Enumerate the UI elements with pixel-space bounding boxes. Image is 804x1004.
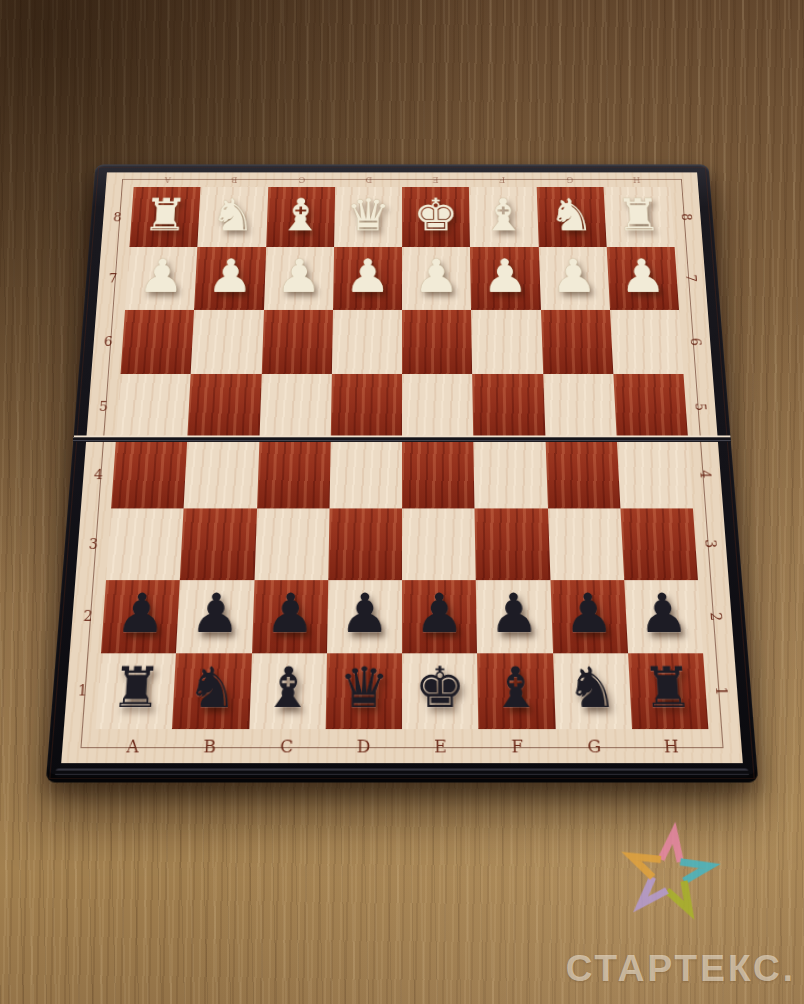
- piece-white-king-e8[interactable]: ♚: [413, 193, 459, 237]
- rank-label-left-7: 7: [96, 247, 129, 309]
- rank-label-right-8: 8: [651, 205, 721, 230]
- file-label-far-c: C: [268, 172, 335, 187]
- piece-white-rook-a8[interactable]: ♜: [141, 193, 189, 237]
- square-c5: [259, 374, 332, 440]
- square-e7: ♟: [402, 247, 471, 309]
- file-label-far-b: B: [201, 172, 269, 187]
- rank-label-left-1: 1: [64, 653, 101, 729]
- square-e1: ♚: [402, 653, 479, 729]
- square-g7: ♟: [538, 247, 609, 309]
- piece-white-knight-b8[interactable]: ♞: [209, 193, 256, 237]
- file-label-far-f: F: [469, 172, 536, 187]
- square-a2: ♟: [101, 580, 180, 653]
- file-label-near-a: A: [93, 729, 172, 763]
- piece-white-bishop-c8[interactable]: ♝: [277, 193, 323, 237]
- file-label-far-g: G: [536, 172, 604, 187]
- watermark-star-icon: [610, 814, 728, 934]
- piece-black-pawn-d2[interactable]: ♟: [339, 587, 389, 641]
- watermark-text: СТАРТЕКС.: [566, 948, 796, 990]
- rank-label-left-4: 4: [81, 440, 116, 509]
- square-c6: [261, 309, 332, 373]
- piece-black-bishop-c1[interactable]: ♝: [262, 661, 314, 717]
- piece-black-pawn-f2[interactable]: ♟: [488, 587, 539, 641]
- square-g6: [540, 309, 613, 373]
- file-label-far-h: H: [603, 172, 671, 187]
- square-e5: [402, 374, 474, 440]
- file-label-near-e: E: [402, 729, 479, 763]
- square-d3: [328, 509, 402, 580]
- square-b3: [180, 509, 256, 580]
- square-g1: ♞: [553, 653, 632, 729]
- piece-black-queen-d1[interactable]: ♛: [338, 661, 389, 717]
- piece-white-pawn-d7[interactable]: ♟: [344, 254, 390, 300]
- file-label-near-b: B: [170, 729, 248, 763]
- square-e3: [402, 509, 476, 580]
- rank-label-left-3: 3: [75, 509, 111, 580]
- square-c2: ♟: [251, 580, 328, 653]
- square-b1: ♞: [172, 653, 251, 729]
- piece-white-pawn-f7[interactable]: ♟: [482, 254, 529, 300]
- file-label-far-a: A: [134, 172, 202, 187]
- square-c7: ♟: [264, 247, 334, 309]
- piece-black-king-e1[interactable]: ♚: [414, 661, 465, 717]
- square-c4: [257, 440, 331, 509]
- square-d7: ♟: [333, 247, 402, 309]
- square-g5: [543, 374, 617, 440]
- piece-black-pawn-c2[interactable]: ♟: [264, 587, 315, 641]
- square-f5: [472, 374, 545, 440]
- piece-black-knight-g1[interactable]: ♞: [565, 661, 618, 717]
- square-e6: [402, 309, 472, 373]
- square-f1: ♝: [477, 653, 555, 729]
- square-f8: ♝: [469, 187, 538, 247]
- square-a5: [116, 374, 191, 440]
- square-f2: ♟: [476, 580, 553, 653]
- square-e4: [402, 440, 475, 509]
- square-g2: ♟: [550, 580, 628, 653]
- piece-black-rook-a1[interactable]: ♜: [109, 661, 163, 717]
- square-b6: [191, 309, 264, 373]
- piece-white-pawn-a7[interactable]: ♟: [137, 254, 186, 300]
- file-label-far-d: D: [335, 172, 402, 187]
- square-g8: ♞: [536, 187, 606, 247]
- square-d8: ♛: [334, 187, 402, 247]
- square-f6: [471, 309, 542, 373]
- square-f4: [474, 440, 548, 509]
- square-e8: ♚: [402, 187, 470, 247]
- rank-label-left-8: 8: [101, 187, 134, 247]
- square-d1: ♛: [325, 653, 402, 729]
- piece-black-pawn-e2[interactable]: ♟: [414, 587, 464, 641]
- square-b4: [184, 440, 259, 509]
- chess-board: ABCDEFGH8♜♞♝♛♚♝♞♜87♟♟♟♟♟♟♟♟7665544332♟♟♟…: [46, 164, 759, 782]
- file-label-near-f: F: [479, 729, 557, 763]
- piece-white-bishop-f8[interactable]: ♝: [480, 193, 526, 237]
- file-label-near-d: D: [325, 729, 402, 763]
- square-e2: ♟: [402, 580, 477, 653]
- square-g4: [545, 440, 620, 509]
- rank-label-left-2: 2: [70, 580, 106, 653]
- square-f7: ♟: [470, 247, 540, 309]
- piece-white-pawn-g7[interactable]: ♟: [550, 254, 598, 300]
- square-g3: [547, 509, 623, 580]
- rank-label-right-6: 6: [659, 328, 732, 354]
- piece-white-pawn-b7[interactable]: ♟: [206, 254, 254, 300]
- square-b5: [187, 374, 261, 440]
- rank-label-left-6: 6: [91, 309, 125, 373]
- rank-label-right-3: 3: [673, 529, 750, 558]
- square-a8: ♜: [129, 187, 200, 247]
- rank-label-right-7: 7: [655, 265, 727, 290]
- square-d6: [332, 309, 402, 373]
- square-c8: ♝: [266, 187, 335, 247]
- rank-label-left-5: 5: [86, 374, 120, 440]
- square-a6: [121, 309, 195, 373]
- file-label-near-h: H: [632, 729, 711, 763]
- square-f3: [475, 509, 550, 580]
- board-face: ABCDEFGH8♜♞♝♛♚♝♞♜87♟♟♟♟♟♟♟♟7665544332♟♟♟…: [61, 172, 743, 763]
- piece-white-knight-g8[interactable]: ♞: [547, 193, 594, 237]
- board-hinge-seam: [73, 435, 731, 441]
- square-b7: ♟: [194, 247, 265, 309]
- square-d4: [329, 440, 402, 509]
- piece-white-pawn-e7[interactable]: ♟: [413, 254, 459, 300]
- piece-black-pawn-g2[interactable]: ♟: [562, 587, 614, 641]
- square-a1: ♜: [96, 653, 177, 729]
- square-a4: [111, 440, 187, 509]
- piece-black-pawn-a2[interactable]: ♟: [114, 587, 167, 641]
- piece-white-pawn-c7[interactable]: ♟: [275, 254, 322, 300]
- piece-white-queen-d8[interactable]: ♛: [345, 193, 391, 237]
- square-b8: ♞: [198, 187, 268, 247]
- square-a3: [106, 509, 184, 580]
- piece-black-bishop-f1[interactable]: ♝: [490, 661, 542, 717]
- square-c1: ♝: [249, 653, 327, 729]
- rank-label-right-2: 2: [677, 601, 755, 631]
- rank-label-right-1: 1: [682, 675, 761, 706]
- file-label-near-g: G: [555, 729, 633, 763]
- rank-label-right-5: 5: [664, 393, 738, 420]
- square-d2: ♟: [327, 580, 402, 653]
- file-label-near-c: C: [248, 729, 326, 763]
- square-b2: ♟: [176, 580, 254, 653]
- wooden-table-background: ABCDEFGH8♜♞♝♛♚♝♞♜87♟♟♟♟♟♟♟♟7665544332♟♟♟…: [0, 0, 804, 1004]
- square-c3: [254, 509, 329, 580]
- piece-black-knight-b1[interactable]: ♞: [185, 661, 238, 717]
- file-label-far-e: E: [402, 172, 469, 187]
- piece-black-pawn-b2[interactable]: ♟: [189, 587, 241, 641]
- square-a7: ♟: [125, 247, 198, 309]
- square-d5: [330, 374, 402, 440]
- chess-board-wrap: ABCDEFGH8♜♞♝♛♚♝♞♜87♟♟♟♟♟♟♟♟7665544332♟♟♟…: [46, 164, 759, 782]
- rank-label-right-4: 4: [668, 460, 743, 488]
